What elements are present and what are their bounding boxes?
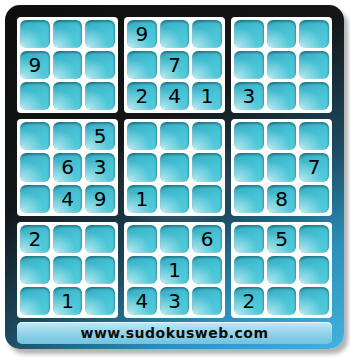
cell-r8c3[interactable] [85,256,115,284]
cell-r5c7[interactable] [234,153,264,181]
cell-r3c8[interactable] [267,82,297,110]
cell-r7c1[interactable]: 2 [20,225,50,253]
cell-r3c2[interactable] [53,82,83,110]
cell-r6c5[interactable] [160,185,190,213]
cell-r8c7[interactable] [234,256,264,284]
cell-r7c5[interactable] [160,225,190,253]
cell-r2c5[interactable]: 7 [160,51,190,79]
box-1: 9 [17,17,118,113]
cell-r9c5[interactable]: 3 [160,287,190,315]
cell-r3c6[interactable]: 1 [192,82,222,110]
cell-r4c4[interactable] [127,122,157,150]
cell-r2c1[interactable]: 9 [20,51,50,79]
box-3: 3 [231,17,332,113]
cell-r7c9[interactable] [299,225,329,253]
cell-r6c9[interactable] [299,185,329,213]
cell-r3c3[interactable] [85,82,115,110]
cell-r3c4[interactable]: 2 [127,82,157,110]
cell-r1c8[interactable] [267,20,297,48]
cell-r6c8[interactable]: 8 [267,185,297,213]
cell-r5c3[interactable]: 3 [85,153,115,181]
cell-r8c8[interactable] [267,256,297,284]
footer-bar: www.sudokusweb.com [17,322,332,344]
cell-r2c6[interactable] [192,51,222,79]
cell-r1c3[interactable] [85,20,115,48]
cell-r5c6[interactable] [192,153,222,181]
cell-r9c6[interactable] [192,287,222,315]
cell-r8c9[interactable] [299,256,329,284]
cell-r6c1[interactable] [20,185,50,213]
box-5: 1 [124,119,225,215]
cell-r9c2[interactable]: 1 [53,287,83,315]
cell-r1c9[interactable] [299,20,329,48]
box-9: 52 [231,222,332,318]
cell-r6c7[interactable] [234,185,264,213]
cell-r7c2[interactable] [53,225,83,253]
cell-r4c5[interactable] [160,122,190,150]
box-2: 97241 [124,17,225,113]
cell-r2c3[interactable] [85,51,115,79]
cell-r4c6[interactable] [192,122,222,150]
cell-r9c1[interactable] [20,287,50,315]
cell-r8c6[interactable] [192,256,222,284]
cell-r8c4[interactable] [127,256,157,284]
cell-r3c9[interactable] [299,82,329,110]
sudoku-grid: 99724135634917821614352 [17,17,332,318]
cell-r2c7[interactable] [234,51,264,79]
cell-r4c7[interactable] [234,122,264,150]
cell-r1c6[interactable] [192,20,222,48]
cell-r5c2[interactable]: 6 [53,153,83,181]
cell-r3c7[interactable]: 3 [234,82,264,110]
cell-r2c4[interactable] [127,51,157,79]
box-7: 21 [17,222,118,318]
cell-r8c5[interactable]: 1 [160,256,190,284]
cell-r5c4[interactable] [127,153,157,181]
cell-r7c3[interactable] [85,225,115,253]
cell-r7c7[interactable] [234,225,264,253]
cell-r7c8[interactable]: 5 [267,225,297,253]
cell-r3c1[interactable] [20,82,50,110]
box-4: 56349 [17,119,118,215]
cell-r5c9[interactable]: 7 [299,153,329,181]
cell-r6c6[interactable] [192,185,222,213]
cell-r9c3[interactable] [85,287,115,315]
cell-r4c8[interactable] [267,122,297,150]
box-6: 78 [231,119,332,215]
cell-r2c8[interactable] [267,51,297,79]
site-url[interactable]: www.sudokusweb.com [80,325,268,341]
cell-r2c2[interactable] [53,51,83,79]
cell-r9c7[interactable]: 2 [234,287,264,315]
cell-r1c1[interactable] [20,20,50,48]
cell-r7c4[interactable] [127,225,157,253]
cell-r5c5[interactable] [160,153,190,181]
cell-r4c9[interactable] [299,122,329,150]
cell-r3c5[interactable]: 4 [160,82,190,110]
cell-r1c5[interactable] [160,20,190,48]
cell-r1c2[interactable] [53,20,83,48]
cell-r5c8[interactable] [267,153,297,181]
cell-r6c3[interactable]: 9 [85,185,115,213]
cell-r1c7[interactable] [234,20,264,48]
cell-r4c1[interactable] [20,122,50,150]
cell-r6c2[interactable]: 4 [53,185,83,213]
cell-r9c9[interactable] [299,287,329,315]
cell-r8c2[interactable] [53,256,83,284]
cell-r5c1[interactable] [20,153,50,181]
cell-r2c9[interactable] [299,51,329,79]
cell-r4c2[interactable] [53,122,83,150]
cell-r7c6[interactable]: 6 [192,225,222,253]
cell-r1c4[interactable]: 9 [127,20,157,48]
sudoku-board: 99724135634917821614352 www.sudokusweb.c… [5,5,344,349]
cell-r9c8[interactable] [267,287,297,315]
cell-r4c3[interactable]: 5 [85,122,115,150]
cell-r8c1[interactable] [20,256,50,284]
cell-r6c4[interactable]: 1 [127,185,157,213]
cell-r9c4[interactable]: 4 [127,287,157,315]
box-8: 6143 [124,222,225,318]
